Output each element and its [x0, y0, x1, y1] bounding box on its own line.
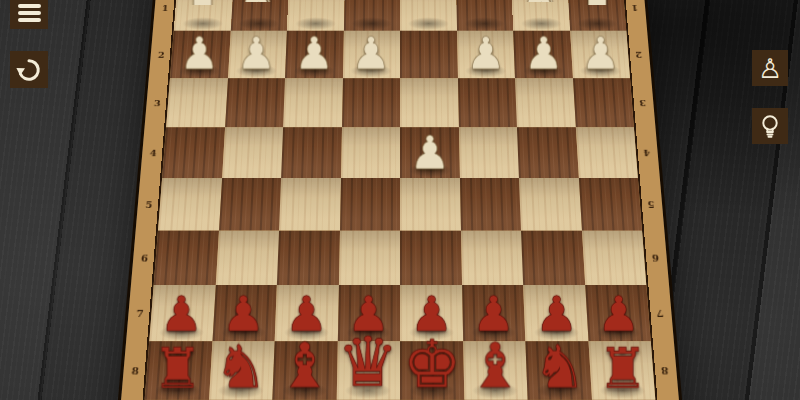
- square-a8[interactable]: ♜: [145, 341, 212, 399]
- square-h4[interactable]: [575, 127, 637, 178]
- white-rook-a1[interactable]: ♜: [180, 0, 224, 29]
- chess-board: 12345678 12345678 ABCDEFGH ♜♞♝♛♚♝♞♜♟♟♟♟♟…: [119, 0, 681, 400]
- square-e3[interactable]: [400, 78, 458, 127]
- square-b1[interactable]: ♞: [230, 0, 288, 31]
- square-c1[interactable]: ♝: [287, 0, 344, 31]
- square-h5[interactable]: [578, 178, 642, 231]
- square-b3[interactable]: [225, 78, 285, 127]
- square-e2[interactable]: [400, 31, 457, 78]
- square-shading: [572, 78, 633, 127]
- rank-label-1-left: 1: [162, 3, 169, 12]
- red-rook-a8[interactable]: ♜: [152, 341, 202, 397]
- square-a6[interactable]: [154, 231, 219, 285]
- square-h6[interactable]: [581, 231, 646, 285]
- square-h7[interactable]: ♟: [585, 285, 651, 341]
- red-king-e8[interactable]: ♚: [403, 331, 462, 396]
- square-d1[interactable]: ♛: [343, 0, 400, 31]
- menu-button[interactable]: [10, 0, 48, 29]
- rotate-ccw-icon: [15, 56, 43, 84]
- white-pawn-b2[interactable]: ♟: [237, 32, 277, 76]
- rank-label-2-right: 2: [635, 50, 642, 59]
- chess-app-screen: 12345678 12345678 ABCDEFGH ♜♞♝♛♚♝♞♜♟♟♟♟♟…: [0, 0, 800, 400]
- square-g6[interactable]: [521, 231, 585, 285]
- square-c2[interactable]: ♟: [285, 31, 343, 78]
- red-pawn-h7[interactable]: ♟: [597, 290, 640, 338]
- square-e4[interactable]: ♟: [400, 127, 459, 178]
- hint-button[interactable]: [752, 108, 788, 144]
- red-knight-g8[interactable]: ♞: [533, 338, 586, 397]
- square-shading: [581, 231, 646, 285]
- square-shading: [458, 127, 518, 178]
- square-f5[interactable]: [459, 178, 521, 231]
- square-f2[interactable]: ♟: [457, 31, 515, 78]
- square-e1[interactable]: ♚: [400, 0, 457, 31]
- square-b5[interactable]: [219, 178, 282, 231]
- square-shading: [277, 231, 340, 285]
- square-b4[interactable]: [222, 127, 283, 178]
- square-d2[interactable]: ♟: [343, 31, 400, 78]
- square-g1[interactable]: ♞: [511, 0, 569, 31]
- white-pawn-f2[interactable]: ♟: [466, 32, 506, 76]
- square-shading: [400, 78, 458, 127]
- square-b8[interactable]: ♞: [209, 341, 275, 399]
- square-g5[interactable]: [519, 178, 582, 231]
- rank-label-6-right: 6: [651, 252, 659, 263]
- square-a4[interactable]: [162, 127, 224, 178]
- rank-label-2-left: 2: [158, 50, 165, 59]
- square-f4[interactable]: [458, 127, 518, 178]
- square-shading: [515, 78, 575, 127]
- square-shading: [459, 178, 521, 231]
- square-g2[interactable]: ♟: [513, 31, 572, 78]
- square-shading: [283, 78, 342, 127]
- rank-label-5-left: 5: [145, 199, 153, 210]
- square-f6[interactable]: [460, 231, 523, 285]
- rank-label-1-right: 1: [631, 3, 638, 12]
- rank-label-4-right: 4: [643, 147, 651, 157]
- square-h8[interactable]: ♜: [588, 341, 655, 399]
- square-b6[interactable]: [215, 231, 279, 285]
- square-f1[interactable]: ♝: [456, 0, 513, 31]
- square-c4[interactable]: [281, 127, 341, 178]
- square-b2[interactable]: ♟: [228, 31, 287, 78]
- square-d5[interactable]: [340, 178, 400, 231]
- square-a3[interactable]: [166, 78, 227, 127]
- rank-label-7-left: 7: [136, 307, 144, 318]
- white-pawn-c2[interactable]: ♟: [294, 32, 334, 76]
- square-shading: [460, 231, 523, 285]
- square-e8[interactable]: ♚: [400, 341, 464, 399]
- square-shading: [519, 178, 582, 231]
- square-shading: [575, 127, 637, 178]
- square-d6[interactable]: [338, 231, 400, 285]
- square-a7[interactable]: ♟: [149, 285, 215, 341]
- red-rook-h8[interactable]: ♜: [598, 341, 648, 397]
- white-knight-g1[interactable]: ♞: [518, 0, 565, 29]
- square-h1[interactable]: ♜: [567, 0, 626, 31]
- rank-label-6-left: 6: [141, 252, 149, 263]
- square-shading: [457, 78, 516, 127]
- square-shading: [517, 127, 578, 178]
- board-scene: 12345678 12345678 ABCDEFGH ♜♞♝♛♚♝♞♜♟♟♟♟♟…: [140, 0, 660, 400]
- square-shading: [400, 31, 457, 78]
- square-a1[interactable]: ♜: [174, 0, 233, 31]
- undo-button[interactable]: [10, 51, 48, 88]
- square-shading: [281, 127, 341, 178]
- square-c5[interactable]: [279, 178, 341, 231]
- rank-label-7-right: 7: [656, 307, 664, 318]
- white-pawn-d2[interactable]: ♟: [351, 32, 391, 76]
- red-bishop-c8[interactable]: ♝: [277, 334, 333, 396]
- red-queen-d8[interactable]: ♛: [337, 328, 398, 396]
- square-shading: [162, 127, 224, 178]
- red-pawn-a7[interactable]: ♟: [159, 290, 202, 338]
- square-g3[interactable]: [515, 78, 575, 127]
- square-f8[interactable]: ♝: [463, 341, 528, 399]
- lightbulb-icon: [757, 113, 783, 139]
- square-shading: [521, 231, 585, 285]
- pawn-outline-icon: ♙: [758, 55, 782, 82]
- square-d4[interactable]: [341, 127, 400, 178]
- square-g4[interactable]: [517, 127, 578, 178]
- square-h2[interactable]: ♟: [570, 31, 630, 78]
- square-c3[interactable]: [283, 78, 342, 127]
- rank-label-4-left: 4: [149, 147, 157, 157]
- square-shading: [400, 178, 460, 231]
- white-pawn-a2[interactable]: ♟: [179, 32, 219, 76]
- square-shading: [222, 127, 283, 178]
- square-shading: [342, 78, 400, 127]
- square-c6[interactable]: [277, 231, 340, 285]
- square-a2[interactable]: ♟: [170, 31, 230, 78]
- square-shading: [400, 231, 462, 285]
- rank-label-8-left: 8: [131, 364, 139, 376]
- square-shading: [338, 231, 400, 285]
- white-knight-b1[interactable]: ♞: [236, 0, 283, 29]
- square-shading: [215, 231, 279, 285]
- square-d8[interactable]: ♛: [336, 341, 400, 399]
- rank-label-5-right: 5: [647, 199, 655, 210]
- red-bishop-f8[interactable]: ♝: [468, 334, 524, 396]
- white-pawn-g2[interactable]: ♟: [524, 32, 564, 76]
- square-d3[interactable]: [342, 78, 400, 127]
- square-shading: [166, 78, 227, 127]
- rank-label-3-right: 3: [639, 98, 647, 108]
- square-shading: [340, 178, 400, 231]
- red-pawn-b7[interactable]: ♟: [222, 290, 265, 338]
- square-shading: [158, 178, 222, 231]
- red-pawn-g7[interactable]: ♟: [535, 290, 578, 338]
- square-e6[interactable]: [400, 231, 462, 285]
- square-h3[interactable]: [572, 78, 633, 127]
- rank-label-3-left: 3: [154, 98, 162, 108]
- square-shading: [279, 178, 341, 231]
- square-shading: [219, 178, 282, 231]
- square-f3[interactable]: [457, 78, 516, 127]
- white-pawn-e4[interactable]: ♟: [409, 130, 450, 176]
- square-shading: [154, 231, 219, 285]
- white-pawn-h2[interactable]: ♟: [581, 32, 621, 76]
- square-shading: [578, 178, 642, 231]
- board-squares: ♜♞♝♛♚♝♞♜♟♟♟♟♟♟♟♟♟♟♟♟♟♟♟♟♜♞♝♛♚♝♞♜: [145, 0, 656, 400]
- square-c8[interactable]: ♝: [272, 341, 337, 399]
- square-shading: [225, 78, 285, 127]
- pieces-style-button[interactable]: ♙: [752, 50, 788, 86]
- white-rook-h1[interactable]: ♜: [575, 0, 619, 29]
- square-g8[interactable]: ♞: [525, 341, 591, 399]
- square-e5[interactable]: [400, 178, 460, 231]
- rank-label-8-right: 8: [661, 364, 669, 376]
- board-frame: 12345678 12345678 ABCDEFGH ♜♞♝♛♚♝♞♜♟♟♟♟♟…: [119, 0, 681, 400]
- red-knight-b8[interactable]: ♞: [214, 338, 267, 397]
- hamburger-icon: [18, 4, 41, 8]
- square-a5[interactable]: [158, 178, 222, 231]
- square-shading: [341, 127, 400, 178]
